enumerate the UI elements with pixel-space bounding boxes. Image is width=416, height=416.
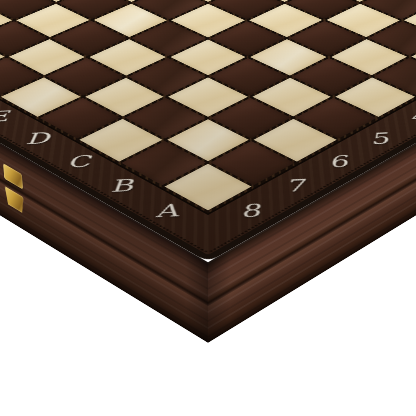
brass-clasp-icon <box>3 163 24 214</box>
product-photo-stage: HGFEDCBA 12345678 <box>0 0 416 416</box>
file-label-a: A <box>132 195 202 226</box>
file-label-b: B <box>88 170 155 200</box>
corner-shading <box>208 249 231 343</box>
rank-label-7: 7 <box>266 167 325 204</box>
file-label-c: C <box>46 147 111 176</box>
rank-label-6: 6 <box>309 144 368 179</box>
file-label-d: D <box>6 125 69 153</box>
corner-shading <box>185 249 208 343</box>
brass-clasp-lower <box>5 186 25 214</box>
brass-clasp-upper <box>3 163 23 189</box>
chess-box: HGFEDCBA 12345678 <box>0 0 416 343</box>
rank-label-8: 8 <box>221 191 280 230</box>
